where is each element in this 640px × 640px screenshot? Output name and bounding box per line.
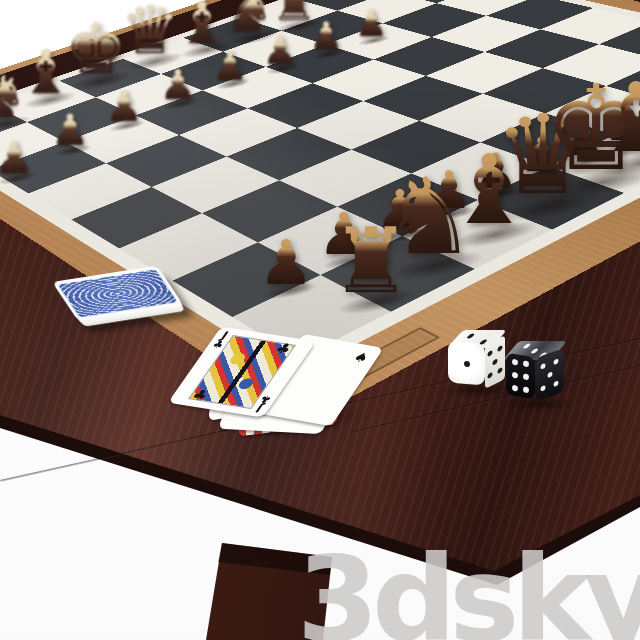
chess-piece-e1[interactable]: ♚ [65,14,128,84]
chess-piece-d2[interactable]: ♟ [212,46,248,86]
chess-piece-c2[interactable]: ♟ [263,31,298,70]
scene: ♠ J ♣ J ♣ ♣ ♣ ♜♞♝♚♛♝♞♜♟♟♟♟♟♟♟♟♟♟♟♟♟♟♟♟♜♞… [0,0,640,640]
chess-piece-h2[interactable]: ♟ [0,136,34,180]
watermark-3dsky: 3dsky [297,530,640,640]
chess-piece-h7[interactable]: ♟ [258,232,314,294]
chess-piece-e2[interactable]: ♟ [160,65,197,106]
chess-piece-c8[interactable]: ♝ [593,70,640,166]
chess-piece-g2[interactable]: ♟ [51,109,90,152]
chess-piece-a2[interactable]: ♟ [354,5,387,42]
chess-piece-d1[interactable]: ♛ [120,0,179,64]
chess-piece-b8[interactable]: ♞ [637,60,640,148]
chess-piece-b2[interactable]: ♟ [309,17,343,55]
chess-piece-f2[interactable]: ♟ [105,86,143,128]
